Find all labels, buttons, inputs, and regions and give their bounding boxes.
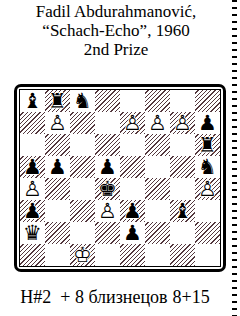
square-c4 [70, 178, 95, 200]
square-g6 [170, 134, 195, 156]
black-queen: ♛ [23, 222, 42, 244]
square-e2: ♟ [120, 222, 145, 244]
square-h3 [195, 200, 220, 222]
square-c1: ♚♔ [70, 244, 95, 266]
square-f6 [145, 134, 170, 156]
square-b3 [45, 200, 70, 222]
black-knight: ♞ [198, 156, 217, 178]
square-c7 [70, 112, 95, 134]
page: Fadil Abdurahmanović, “Schach-Echo”, 196… [0, 0, 240, 316]
black-pawn: ♟ [98, 156, 117, 178]
twins-note: + 8 близнецов [60, 287, 167, 307]
square-d4: ♚ [95, 178, 120, 200]
square-b4 [45, 178, 70, 200]
square-f1 [145, 244, 170, 266]
black-pawn: ♟ [48, 156, 67, 178]
square-b7: ♟♙ [45, 112, 70, 134]
square-f4 [145, 178, 170, 200]
square-e5 [120, 156, 145, 178]
square-f2 [145, 222, 170, 244]
black-rook: ♜ [48, 90, 67, 112]
author-line: Fadil Abdurahmanović, [0, 2, 232, 21]
white-pawn: ♙ [48, 112, 67, 134]
white-pawn: ♙ [23, 178, 42, 200]
square-d3: ♟♙ [95, 200, 120, 222]
square-d1 [95, 244, 120, 266]
black-king: ♚ [98, 178, 117, 200]
square-g5 [170, 156, 195, 178]
square-a7 [20, 112, 45, 134]
white-pawn: ♙ [148, 112, 167, 134]
square-h5: ♞ [195, 156, 220, 178]
square-g7: ♟♙ [170, 112, 195, 134]
square-a4: ♟♙ [20, 178, 45, 200]
square-d6 [95, 134, 120, 156]
black-pawn: ♟ [23, 156, 42, 178]
square-g3: ♝ [170, 200, 195, 222]
problem-caption: H#2+ 8 близнецов8+15 [0, 287, 230, 307]
board-inner-border: ♝♜♞♟♙♟♙♟♙♟♙♟♜♟♟♟♞♟♙♚♟♙♟♟♙♟♝♛♟♚♔ [19, 89, 221, 267]
black-rook: ♜ [198, 134, 217, 156]
square-g2 [170, 222, 195, 244]
square-e6 [120, 134, 145, 156]
white-king: ♔ [73, 244, 92, 266]
square-h6: ♜ [195, 134, 220, 156]
square-c2 [70, 222, 95, 244]
square-g4 [170, 178, 195, 200]
square-f7: ♟♙ [145, 112, 170, 134]
square-f5 [145, 156, 170, 178]
black-bishop: ♝ [173, 200, 192, 222]
square-f8 [145, 90, 170, 112]
square-b6 [45, 134, 70, 156]
black-pawn: ♟ [23, 200, 42, 222]
square-c3 [70, 200, 95, 222]
black-bishop: ♝ [23, 90, 42, 112]
material-count: 8+15 [173, 287, 210, 307]
black-knight: ♞ [73, 90, 92, 112]
square-d7 [95, 112, 120, 134]
square-h4: ♟♙ [195, 178, 220, 200]
square-d8 [95, 90, 120, 112]
square-b1 [45, 244, 70, 266]
square-a3: ♟ [20, 200, 45, 222]
square-b2 [45, 222, 70, 244]
square-h2 [195, 222, 220, 244]
white-pawn: ♙ [198, 178, 217, 200]
white-pawn: ♙ [173, 112, 192, 134]
stipulation: H#2 [20, 287, 51, 307]
square-a8: ♝ [20, 90, 45, 112]
square-e4 [120, 178, 145, 200]
black-pawn: ♟ [198, 112, 217, 134]
square-d2 [95, 222, 120, 244]
square-e3: ♟ [120, 200, 145, 222]
square-h1 [195, 244, 220, 266]
square-e7: ♟♙ [120, 112, 145, 134]
square-b5: ♟ [45, 156, 70, 178]
square-f3 [145, 200, 170, 222]
square-a6 [20, 134, 45, 156]
source-line: “Schach-Echo”, 1960 [0, 21, 232, 40]
black-pawn: ♟ [123, 200, 142, 222]
white-pawn: ♙ [98, 200, 117, 222]
prize-line: 2nd Prize [0, 40, 232, 59]
square-e8 [120, 90, 145, 112]
problem-header: Fadil Abdurahmanović, “Schach-Echo”, 196… [0, 2, 232, 59]
square-c6 [70, 134, 95, 156]
square-g8 [170, 90, 195, 112]
square-e1 [120, 244, 145, 266]
square-b8: ♜ [45, 90, 70, 112]
square-g1 [170, 244, 195, 266]
square-c8: ♞ [70, 90, 95, 112]
black-pawn: ♟ [123, 222, 142, 244]
square-d5: ♟ [95, 156, 120, 178]
square-c5 [70, 156, 95, 178]
square-a2: ♛ [20, 222, 45, 244]
board-frame: ♝♜♞♟♙♟♙♟♙♟♙♟♜♟♟♟♞♟♙♚♟♙♟♟♙♟♝♛♟♚♔ [14, 84, 226, 272]
chess-board: ♝♜♞♟♙♟♙♟♙♟♙♟♜♟♟♟♞♟♙♚♟♙♟♟♙♟♝♛♟♚♔ [20, 90, 220, 266]
dashed-cut-line [232, 0, 237, 316]
square-a1 [20, 244, 45, 266]
square-a5: ♟ [20, 156, 45, 178]
square-h8 [195, 90, 220, 112]
square-h7: ♟ [195, 112, 220, 134]
white-pawn: ♙ [123, 112, 142, 134]
